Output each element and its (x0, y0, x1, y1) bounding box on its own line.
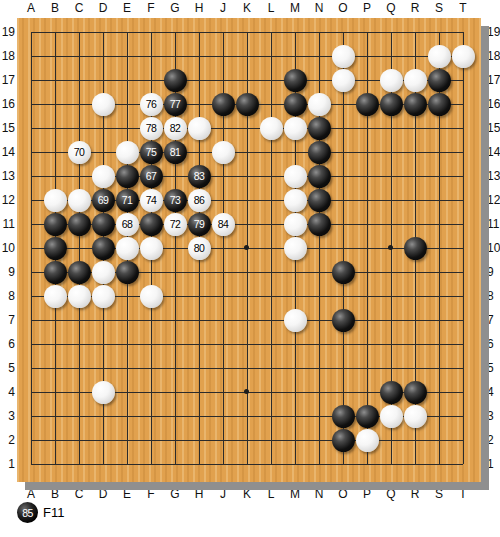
intersection-G1[interactable] (163, 452, 187, 476)
intersection-H16[interactable] (187, 92, 211, 116)
intersection-J2[interactable] (211, 428, 235, 452)
intersection-L15[interactable] (259, 116, 283, 140)
intersection-Q5[interactable] (379, 356, 403, 380)
intersection-T4[interactable] (451, 380, 475, 404)
intersection-K17[interactable] (235, 68, 259, 92)
intersection-L16[interactable] (259, 92, 283, 116)
intersection-K6[interactable] (235, 332, 259, 356)
intersection-M10[interactable] (283, 236, 307, 260)
intersection-D6[interactable] (91, 332, 115, 356)
intersection-N12[interactable] (307, 188, 331, 212)
intersection-R19[interactable] (403, 20, 427, 44)
intersection-E18[interactable] (115, 44, 139, 68)
intersection-D15[interactable] (91, 116, 115, 140)
intersection-K7[interactable] (235, 308, 259, 332)
intersection-P7[interactable] (355, 308, 379, 332)
intersection-L12[interactable] (259, 188, 283, 212)
intersection-K18[interactable] (235, 44, 259, 68)
intersection-O7[interactable] (331, 308, 355, 332)
intersection-P6[interactable] (355, 332, 379, 356)
intersection-B4[interactable] (43, 380, 67, 404)
intersection-H14[interactable] (187, 140, 211, 164)
intersection-S13[interactable] (427, 164, 451, 188)
intersection-T7[interactable] (451, 308, 475, 332)
intersection-A7[interactable] (19, 308, 43, 332)
intersection-R14[interactable] (403, 140, 427, 164)
intersection-T2[interactable] (451, 428, 475, 452)
intersection-F7[interactable] (139, 308, 163, 332)
intersection-E9[interactable] (115, 260, 139, 284)
intersection-Q11[interactable] (379, 212, 403, 236)
intersection-A16[interactable] (19, 92, 43, 116)
intersection-H8[interactable] (187, 284, 211, 308)
intersection-N6[interactable] (307, 332, 331, 356)
intersection-D11[interactable] (91, 212, 115, 236)
intersection-R10[interactable] (403, 236, 427, 260)
intersection-Q9[interactable] (379, 260, 403, 284)
intersection-J17[interactable] (211, 68, 235, 92)
intersection-N4[interactable] (307, 380, 331, 404)
intersection-P5[interactable] (355, 356, 379, 380)
intersection-G19[interactable] (163, 20, 187, 44)
intersection-T11[interactable] (451, 212, 475, 236)
intersection-G11[interactable]: 72 (163, 212, 187, 236)
intersection-M5[interactable] (283, 356, 307, 380)
intersection-L3[interactable] (259, 404, 283, 428)
intersection-J6[interactable] (211, 332, 235, 356)
intersection-K15[interactable] (235, 116, 259, 140)
intersection-Q8[interactable] (379, 284, 403, 308)
intersection-M17[interactable] (283, 68, 307, 92)
intersection-D19[interactable] (91, 20, 115, 44)
intersection-H1[interactable] (187, 452, 211, 476)
intersection-S10[interactable] (427, 236, 451, 260)
intersection-R4[interactable] (403, 380, 427, 404)
intersection-J18[interactable] (211, 44, 235, 68)
intersection-E3[interactable] (115, 404, 139, 428)
intersection-A11[interactable] (19, 212, 43, 236)
intersection-C13[interactable] (67, 164, 91, 188)
intersection-F11[interactable] (139, 212, 163, 236)
intersection-R16[interactable] (403, 92, 427, 116)
intersection-K8[interactable] (235, 284, 259, 308)
intersection-F8[interactable] (139, 284, 163, 308)
intersection-O10[interactable] (331, 236, 355, 260)
intersection-G6[interactable] (163, 332, 187, 356)
intersection-S2[interactable] (427, 428, 451, 452)
intersection-K5[interactable] (235, 356, 259, 380)
intersection-O8[interactable] (331, 284, 355, 308)
intersection-T1[interactable] (451, 452, 475, 476)
intersection-D9[interactable] (91, 260, 115, 284)
intersection-E14[interactable] (115, 140, 139, 164)
intersection-F6[interactable] (139, 332, 163, 356)
intersection-M18[interactable] (283, 44, 307, 68)
intersection-G9[interactable] (163, 260, 187, 284)
intersection-N13[interactable] (307, 164, 331, 188)
intersection-D7[interactable] (91, 308, 115, 332)
intersection-G12[interactable]: 73 (163, 188, 187, 212)
intersection-O12[interactable] (331, 188, 355, 212)
intersection-L8[interactable] (259, 284, 283, 308)
intersection-G15[interactable]: 82 (163, 116, 187, 140)
intersection-E19[interactable] (115, 20, 139, 44)
intersection-R1[interactable] (403, 452, 427, 476)
intersection-H19[interactable] (187, 20, 211, 44)
intersection-S1[interactable] (427, 452, 451, 476)
intersection-P8[interactable] (355, 284, 379, 308)
intersection-H6[interactable] (187, 332, 211, 356)
intersection-S14[interactable] (427, 140, 451, 164)
intersection-L17[interactable] (259, 68, 283, 92)
intersection-E11[interactable]: 68 (115, 212, 139, 236)
intersection-N16[interactable] (307, 92, 331, 116)
intersection-J7[interactable] (211, 308, 235, 332)
intersection-J8[interactable] (211, 284, 235, 308)
intersection-F10[interactable] (139, 236, 163, 260)
intersection-K13[interactable] (235, 164, 259, 188)
intersection-S7[interactable] (427, 308, 451, 332)
intersection-M16[interactable] (283, 92, 307, 116)
intersection-A15[interactable] (19, 116, 43, 140)
intersection-G4[interactable] (163, 380, 187, 404)
intersection-E7[interactable] (115, 308, 139, 332)
intersection-O14[interactable] (331, 140, 355, 164)
intersection-R13[interactable] (403, 164, 427, 188)
intersection-R8[interactable] (403, 284, 427, 308)
intersection-B5[interactable] (43, 356, 67, 380)
intersection-T15[interactable] (451, 116, 475, 140)
intersection-K10[interactable] (235, 236, 259, 260)
intersection-K16[interactable] (235, 92, 259, 116)
intersection-Q13[interactable] (379, 164, 403, 188)
intersection-Q3[interactable] (379, 404, 403, 428)
intersection-O18[interactable] (331, 44, 355, 68)
intersection-C1[interactable] (67, 452, 91, 476)
intersection-M11[interactable] (283, 212, 307, 236)
intersection-P12[interactable] (355, 188, 379, 212)
intersection-M19[interactable] (283, 20, 307, 44)
intersection-P17[interactable] (355, 68, 379, 92)
intersection-T5[interactable] (451, 356, 475, 380)
intersection-A18[interactable] (19, 44, 43, 68)
intersection-B8[interactable] (43, 284, 67, 308)
intersection-D4[interactable] (91, 380, 115, 404)
intersection-R9[interactable] (403, 260, 427, 284)
intersection-C3[interactable] (67, 404, 91, 428)
intersection-H12[interactable]: 86 (187, 188, 211, 212)
intersection-G14[interactable]: 81 (163, 140, 187, 164)
intersection-N9[interactable] (307, 260, 331, 284)
intersection-B1[interactable] (43, 452, 67, 476)
intersection-T3[interactable] (451, 404, 475, 428)
intersection-E12[interactable]: 71 (115, 188, 139, 212)
intersection-C12[interactable] (67, 188, 91, 212)
intersection-R15[interactable] (403, 116, 427, 140)
intersection-R7[interactable] (403, 308, 427, 332)
intersection-B16[interactable] (43, 92, 67, 116)
intersection-T9[interactable] (451, 260, 475, 284)
intersection-R12[interactable] (403, 188, 427, 212)
intersection-E5[interactable] (115, 356, 139, 380)
intersection-Q7[interactable] (379, 308, 403, 332)
intersection-S8[interactable] (427, 284, 451, 308)
intersection-B11[interactable] (43, 212, 67, 236)
intersection-P18[interactable] (355, 44, 379, 68)
intersection-G17[interactable] (163, 68, 187, 92)
intersection-T16[interactable] (451, 92, 475, 116)
intersection-L13[interactable] (259, 164, 283, 188)
intersection-C8[interactable] (67, 284, 91, 308)
intersection-A12[interactable] (19, 188, 43, 212)
intersection-B10[interactable] (43, 236, 67, 260)
intersection-E6[interactable] (115, 332, 139, 356)
intersection-A8[interactable] (19, 284, 43, 308)
intersection-A6[interactable] (19, 332, 43, 356)
intersection-S15[interactable] (427, 116, 451, 140)
intersection-O16[interactable] (331, 92, 355, 116)
intersection-M12[interactable] (283, 188, 307, 212)
intersection-Q2[interactable] (379, 428, 403, 452)
intersection-F4[interactable] (139, 380, 163, 404)
intersection-D14[interactable] (91, 140, 115, 164)
intersection-E8[interactable] (115, 284, 139, 308)
intersection-T19[interactable] (451, 20, 475, 44)
intersection-A14[interactable] (19, 140, 43, 164)
intersection-T6[interactable] (451, 332, 475, 356)
intersection-J5[interactable] (211, 356, 235, 380)
intersection-F17[interactable] (139, 68, 163, 92)
intersection-H11[interactable]: 79 (187, 212, 211, 236)
intersection-M15[interactable] (283, 116, 307, 140)
intersection-H10[interactable]: 80 (187, 236, 211, 260)
intersection-R11[interactable] (403, 212, 427, 236)
intersection-C14[interactable]: 70 (67, 140, 91, 164)
intersection-Q14[interactable] (379, 140, 403, 164)
intersection-N8[interactable] (307, 284, 331, 308)
intersection-L7[interactable] (259, 308, 283, 332)
intersection-O1[interactable] (331, 452, 355, 476)
intersection-O15[interactable] (331, 116, 355, 140)
intersection-F13[interactable]: 67 (139, 164, 163, 188)
intersection-B19[interactable] (43, 20, 67, 44)
intersection-S3[interactable] (427, 404, 451, 428)
intersection-H13[interactable]: 83 (187, 164, 211, 188)
intersection-B13[interactable] (43, 164, 67, 188)
intersection-T12[interactable] (451, 188, 475, 212)
intersection-J11[interactable]: 84 (211, 212, 235, 236)
intersection-M3[interactable] (283, 404, 307, 428)
intersection-P16[interactable] (355, 92, 379, 116)
intersection-P1[interactable] (355, 452, 379, 476)
intersection-A17[interactable] (19, 68, 43, 92)
intersection-K11[interactable] (235, 212, 259, 236)
intersection-J15[interactable] (211, 116, 235, 140)
intersection-E1[interactable] (115, 452, 139, 476)
intersection-A4[interactable] (19, 380, 43, 404)
intersection-B9[interactable] (43, 260, 67, 284)
intersection-G2[interactable] (163, 428, 187, 452)
intersection-O17[interactable] (331, 68, 355, 92)
intersection-H4[interactable] (187, 380, 211, 404)
intersection-N15[interactable] (307, 116, 331, 140)
intersection-A9[interactable] (19, 260, 43, 284)
intersection-B6[interactable] (43, 332, 67, 356)
intersection-S16[interactable] (427, 92, 451, 116)
intersection-E10[interactable] (115, 236, 139, 260)
intersection-G18[interactable] (163, 44, 187, 68)
intersection-Q6[interactable] (379, 332, 403, 356)
intersection-J19[interactable] (211, 20, 235, 44)
intersection-B18[interactable] (43, 44, 67, 68)
intersection-F18[interactable] (139, 44, 163, 68)
intersection-C18[interactable] (67, 44, 91, 68)
intersection-A10[interactable] (19, 236, 43, 260)
intersection-K2[interactable] (235, 428, 259, 452)
intersection-K4[interactable] (235, 380, 259, 404)
intersection-O19[interactable] (331, 20, 355, 44)
intersection-A3[interactable] (19, 404, 43, 428)
intersection-M13[interactable] (283, 164, 307, 188)
intersection-G16[interactable]: 77 (163, 92, 187, 116)
intersection-T10[interactable] (451, 236, 475, 260)
intersection-B15[interactable] (43, 116, 67, 140)
intersection-L9[interactable] (259, 260, 283, 284)
intersection-Q12[interactable] (379, 188, 403, 212)
intersection-C4[interactable] (67, 380, 91, 404)
intersection-R18[interactable] (403, 44, 427, 68)
intersection-D5[interactable] (91, 356, 115, 380)
intersection-T13[interactable] (451, 164, 475, 188)
intersection-Q18[interactable] (379, 44, 403, 68)
intersection-K14[interactable] (235, 140, 259, 164)
intersection-L2[interactable] (259, 428, 283, 452)
intersection-F5[interactable] (139, 356, 163, 380)
intersection-F15[interactable]: 78 (139, 116, 163, 140)
intersection-B7[interactable] (43, 308, 67, 332)
intersection-M1[interactable] (283, 452, 307, 476)
intersection-D3[interactable] (91, 404, 115, 428)
intersection-M14[interactable] (283, 140, 307, 164)
intersection-D2[interactable] (91, 428, 115, 452)
intersection-S17[interactable] (427, 68, 451, 92)
intersection-H5[interactable] (187, 356, 211, 380)
intersection-Q16[interactable] (379, 92, 403, 116)
intersection-T14[interactable] (451, 140, 475, 164)
intersection-N2[interactable] (307, 428, 331, 452)
intersection-M8[interactable] (283, 284, 307, 308)
intersection-S12[interactable] (427, 188, 451, 212)
intersection-N5[interactable] (307, 356, 331, 380)
intersection-C6[interactable] (67, 332, 91, 356)
intersection-N7[interactable] (307, 308, 331, 332)
intersection-C19[interactable] (67, 20, 91, 44)
intersection-F1[interactable] (139, 452, 163, 476)
intersection-E2[interactable] (115, 428, 139, 452)
intersection-A19[interactable] (19, 20, 43, 44)
intersection-Q17[interactable] (379, 68, 403, 92)
intersection-S9[interactable] (427, 260, 451, 284)
intersection-C5[interactable] (67, 356, 91, 380)
intersection-Q10[interactable] (379, 236, 403, 260)
intersection-E15[interactable] (115, 116, 139, 140)
intersection-Q4[interactable] (379, 380, 403, 404)
intersection-P3[interactable] (355, 404, 379, 428)
intersection-G3[interactable] (163, 404, 187, 428)
intersection-L14[interactable] (259, 140, 283, 164)
intersection-P10[interactable] (355, 236, 379, 260)
intersection-P2[interactable] (355, 428, 379, 452)
intersection-B14[interactable] (43, 140, 67, 164)
intersection-T17[interactable] (451, 68, 475, 92)
intersection-A5[interactable] (19, 356, 43, 380)
intersection-B17[interactable] (43, 68, 67, 92)
intersection-N18[interactable] (307, 44, 331, 68)
intersection-L1[interactable] (259, 452, 283, 476)
intersection-S19[interactable] (427, 20, 451, 44)
intersection-M6[interactable] (283, 332, 307, 356)
intersection-J13[interactable] (211, 164, 235, 188)
intersection-R3[interactable] (403, 404, 427, 428)
intersection-S6[interactable] (427, 332, 451, 356)
intersection-K9[interactable] (235, 260, 259, 284)
intersection-F19[interactable] (139, 20, 163, 44)
intersection-K19[interactable] (235, 20, 259, 44)
intersection-F9[interactable] (139, 260, 163, 284)
intersection-J4[interactable] (211, 380, 235, 404)
intersection-P13[interactable] (355, 164, 379, 188)
intersection-B12[interactable] (43, 188, 67, 212)
intersection-F2[interactable] (139, 428, 163, 452)
intersection-J14[interactable] (211, 140, 235, 164)
intersection-G7[interactable] (163, 308, 187, 332)
intersection-M2[interactable] (283, 428, 307, 452)
intersection-D13[interactable] (91, 164, 115, 188)
intersection-H9[interactable] (187, 260, 211, 284)
intersection-H15[interactable] (187, 116, 211, 140)
intersection-A13[interactable] (19, 164, 43, 188)
intersection-N14[interactable] (307, 140, 331, 164)
intersection-O13[interactable] (331, 164, 355, 188)
intersection-E16[interactable] (115, 92, 139, 116)
intersection-C11[interactable] (67, 212, 91, 236)
intersection-N19[interactable] (307, 20, 331, 44)
intersection-J3[interactable] (211, 404, 235, 428)
intersection-L19[interactable] (259, 20, 283, 44)
intersection-H3[interactable] (187, 404, 211, 428)
intersection-K3[interactable] (235, 404, 259, 428)
intersection-C16[interactable] (67, 92, 91, 116)
intersection-M7[interactable] (283, 308, 307, 332)
intersection-O11[interactable] (331, 212, 355, 236)
intersection-P15[interactable] (355, 116, 379, 140)
intersection-C9[interactable] (67, 260, 91, 284)
intersection-R5[interactable] (403, 356, 427, 380)
intersection-S11[interactable] (427, 212, 451, 236)
intersection-T18[interactable] (451, 44, 475, 68)
intersection-D12[interactable]: 69 (91, 188, 115, 212)
intersection-T8[interactable] (451, 284, 475, 308)
intersection-R17[interactable] (403, 68, 427, 92)
intersection-R6[interactable] (403, 332, 427, 356)
intersection-L11[interactable] (259, 212, 283, 236)
intersection-C2[interactable] (67, 428, 91, 452)
intersection-D18[interactable] (91, 44, 115, 68)
intersection-N10[interactable] (307, 236, 331, 260)
intersection-J16[interactable] (211, 92, 235, 116)
intersection-F3[interactable] (139, 404, 163, 428)
intersection-J12[interactable] (211, 188, 235, 212)
